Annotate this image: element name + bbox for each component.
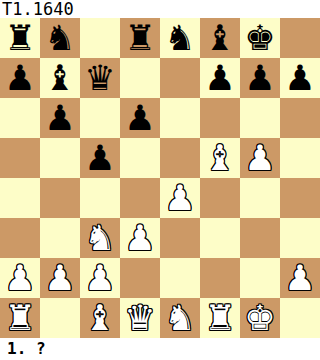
square-h5[interactable] (280, 138, 320, 178)
square-a8[interactable]: ♜ (0, 18, 40, 58)
square-h6[interactable] (280, 98, 320, 138)
square-a6[interactable] (0, 98, 40, 138)
piece-black-pawn[interactable]: ♟ (44, 98, 75, 138)
piece-black-pawn[interactable]: ♟ (84, 138, 115, 178)
square-g3[interactable] (240, 218, 280, 258)
square-d4[interactable] (120, 178, 160, 218)
piece-white-pawn[interactable]: ♟ (4, 258, 35, 298)
piece-black-rook[interactable]: ♜ (4, 18, 35, 58)
square-g5[interactable]: ♟ (240, 138, 280, 178)
square-g2[interactable] (240, 258, 280, 298)
square-e2[interactable] (160, 258, 200, 298)
piece-white-knight[interactable]: ♞ (84, 218, 115, 258)
chess-board: ♜♞♜♞♝♚♟♝♛♟♟♟♟♟♟♝♟♟♞♟♟♟♟♟♜♝♛♞♜♚ (0, 18, 320, 338)
square-g7[interactable]: ♟ (240, 58, 280, 98)
piece-white-rook[interactable]: ♜ (4, 298, 35, 338)
square-d1[interactable]: ♛ (120, 298, 160, 338)
square-f4[interactable] (200, 178, 240, 218)
square-e7[interactable] (160, 58, 200, 98)
piece-black-knight[interactable]: ♞ (44, 18, 75, 58)
piece-white-bishop[interactable]: ♝ (84, 298, 115, 338)
square-a7[interactable]: ♟ (0, 58, 40, 98)
piece-white-pawn[interactable]: ♟ (244, 138, 275, 178)
square-b1[interactable] (40, 298, 80, 338)
piece-white-pawn[interactable]: ♟ (44, 258, 75, 298)
square-a3[interactable] (0, 218, 40, 258)
square-f8[interactable]: ♝ (200, 18, 240, 58)
square-g1[interactable]: ♚ (240, 298, 280, 338)
square-a5[interactable] (0, 138, 40, 178)
move-prompt: 1. ? (0, 338, 320, 360)
square-h4[interactable] (280, 178, 320, 218)
piece-white-pawn[interactable]: ♟ (284, 258, 315, 298)
piece-black-pawn[interactable]: ♟ (244, 58, 275, 98)
piece-black-pawn[interactable]: ♟ (4, 58, 35, 98)
piece-black-bishop[interactable]: ♝ (44, 58, 75, 98)
piece-white-queen[interactable]: ♛ (124, 298, 155, 338)
square-b8[interactable]: ♞ (40, 18, 80, 58)
piece-black-pawn[interactable]: ♟ (284, 58, 315, 98)
square-d7[interactable] (120, 58, 160, 98)
square-d8[interactable]: ♜ (120, 18, 160, 58)
piece-white-pawn[interactable]: ♟ (164, 178, 195, 218)
square-e1[interactable]: ♞ (160, 298, 200, 338)
square-c3[interactable]: ♞ (80, 218, 120, 258)
square-e5[interactable] (160, 138, 200, 178)
square-b2[interactable]: ♟ (40, 258, 80, 298)
square-c1[interactable]: ♝ (80, 298, 120, 338)
square-b7[interactable]: ♝ (40, 58, 80, 98)
square-d6[interactable]: ♟ (120, 98, 160, 138)
puzzle-id-label: T1.1640 (0, 0, 320, 18)
square-g8[interactable]: ♚ (240, 18, 280, 58)
square-h8[interactable] (280, 18, 320, 58)
square-c4[interactable] (80, 178, 120, 218)
square-c7[interactable]: ♛ (80, 58, 120, 98)
square-g6[interactable] (240, 98, 280, 138)
piece-white-knight[interactable]: ♞ (164, 298, 195, 338)
square-h3[interactable] (280, 218, 320, 258)
piece-black-bishop[interactable]: ♝ (204, 18, 235, 58)
piece-white-pawn[interactable]: ♟ (124, 218, 155, 258)
square-d3[interactable]: ♟ (120, 218, 160, 258)
square-h7[interactable]: ♟ (280, 58, 320, 98)
piece-white-pawn[interactable]: ♟ (84, 258, 115, 298)
square-f7[interactable]: ♟ (200, 58, 240, 98)
piece-white-bishop[interactable]: ♝ (204, 138, 235, 178)
square-b4[interactable] (40, 178, 80, 218)
square-h1[interactable] (280, 298, 320, 338)
square-f6[interactable] (200, 98, 240, 138)
square-f3[interactable] (200, 218, 240, 258)
square-c2[interactable]: ♟ (80, 258, 120, 298)
square-f1[interactable]: ♜ (200, 298, 240, 338)
piece-white-rook[interactable]: ♜ (204, 298, 235, 338)
square-a4[interactable] (0, 178, 40, 218)
piece-black-knight[interactable]: ♞ (164, 18, 195, 58)
square-d2[interactable] (120, 258, 160, 298)
chess-puzzle-window: T1.1640 ♜♞♜♞♝♚♟♝♛♟♟♟♟♟♟♝♟♟♞♟♟♟♟♟♜♝♛♞♜♚ 1… (0, 0, 320, 360)
square-f2[interactable] (200, 258, 240, 298)
square-a2[interactable]: ♟ (0, 258, 40, 298)
square-d5[interactable] (120, 138, 160, 178)
square-e3[interactable] (160, 218, 200, 258)
square-c6[interactable] (80, 98, 120, 138)
piece-black-queen[interactable]: ♛ (84, 58, 115, 98)
square-h2[interactable]: ♟ (280, 258, 320, 298)
square-g4[interactable] (240, 178, 280, 218)
square-b6[interactable]: ♟ (40, 98, 80, 138)
piece-black-pawn[interactable]: ♟ (204, 58, 235, 98)
square-b3[interactable] (40, 218, 80, 258)
square-c5[interactable]: ♟ (80, 138, 120, 178)
piece-black-king[interactable]: ♚ (244, 18, 275, 58)
square-e6[interactable] (160, 98, 200, 138)
piece-black-pawn[interactable]: ♟ (124, 98, 155, 138)
piece-black-rook[interactable]: ♜ (124, 18, 155, 58)
square-e8[interactable]: ♞ (160, 18, 200, 58)
square-f5[interactable]: ♝ (200, 138, 240, 178)
square-a1[interactable]: ♜ (0, 298, 40, 338)
piece-white-king[interactable]: ♚ (244, 298, 275, 338)
square-b5[interactable] (40, 138, 80, 178)
square-e4[interactable]: ♟ (160, 178, 200, 218)
square-c8[interactable] (80, 18, 120, 58)
